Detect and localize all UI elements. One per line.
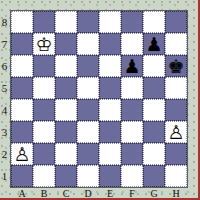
square-d5[interactable] [77,77,99,99]
square-h3[interactable]: ♙ [165,121,187,143]
file-label-b: B [33,189,55,199]
square-f2[interactable] [121,143,143,165]
square-b7[interactable]: ♔ [33,33,55,55]
rank-label-8: 8 [0,11,9,33]
square-g6[interactable] [143,55,165,77]
square-h5[interactable] [165,77,187,99]
square-c1[interactable] [55,165,77,187]
square-f8[interactable] [121,11,143,33]
square-d6[interactable] [77,55,99,77]
square-h4[interactable] [165,99,187,121]
rank-label-7: 7 [0,33,9,55]
square-b5[interactable] [33,77,55,99]
square-e2[interactable] [99,143,121,165]
square-c2[interactable] [55,143,77,165]
square-b4[interactable] [33,99,55,121]
black-king[interactable]: ♚ [167,56,184,77]
square-g1[interactable] [143,165,165,187]
square-a5[interactable] [11,77,33,99]
square-e4[interactable] [99,99,121,121]
square-g7[interactable]: ♟ [143,33,165,55]
square-c6[interactable] [55,55,77,77]
chess-diagram-panel: 87654321 ♔♟♟♚♙♙ ABCDEFGH [0,0,200,200]
square-b2[interactable] [33,143,55,165]
square-b3[interactable] [33,121,55,143]
rank-label-1: 1 [0,165,9,187]
white-king[interactable]: ♔ [35,34,52,55]
file-label-g: G [143,189,165,199]
square-f5[interactable] [121,77,143,99]
square-b1[interactable] [33,165,55,187]
white-pawn[interactable]: ♙ [167,122,184,143]
square-f1[interactable] [121,165,143,187]
square-d8[interactable] [77,11,99,33]
square-e8[interactable] [99,11,121,33]
square-f6[interactable]: ♟ [121,55,143,77]
square-f3[interactable] [121,121,143,143]
black-pawn[interactable]: ♟ [123,56,140,77]
square-e1[interactable] [99,165,121,187]
rank-label-3: 3 [0,121,9,143]
square-d3[interactable] [77,121,99,143]
square-h1[interactable] [165,165,187,187]
chess-board[interactable]: ♔♟♟♚♙♙ [10,10,188,188]
square-a3[interactable] [11,121,33,143]
square-e6[interactable] [99,55,121,77]
square-g3[interactable] [143,121,165,143]
square-e5[interactable] [99,77,121,99]
square-d2[interactable] [77,143,99,165]
square-b8[interactable] [33,11,55,33]
square-d4[interactable] [77,99,99,121]
square-a1[interactable] [11,165,33,187]
square-h2[interactable] [165,143,187,165]
square-d7[interactable] [77,33,99,55]
square-c7[interactable] [55,33,77,55]
square-h8[interactable] [165,11,187,33]
square-h7[interactable] [165,33,187,55]
file-label-c: C [55,189,77,199]
square-f4[interactable] [121,99,143,121]
square-a4[interactable] [11,99,33,121]
rank-label-5: 5 [0,77,9,99]
file-label-f: F [121,189,143,199]
square-c5[interactable] [55,77,77,99]
square-a7[interactable] [11,33,33,55]
square-a2[interactable]: ♙ [11,143,33,165]
square-a8[interactable] [11,11,33,33]
rank-label-4: 4 [0,99,9,121]
square-g4[interactable] [143,99,165,121]
file-label-h: H [165,189,187,199]
square-f7[interactable] [121,33,143,55]
black-pawn[interactable]: ♟ [145,34,162,55]
square-c4[interactable] [55,99,77,121]
square-h6[interactable]: ♚ [165,55,187,77]
square-d1[interactable] [77,165,99,187]
square-c8[interactable] [55,11,77,33]
square-e7[interactable] [99,33,121,55]
white-pawn[interactable]: ♙ [13,144,30,165]
file-label-d: D [77,189,99,199]
square-g5[interactable] [143,77,165,99]
file-label-e: E [99,189,121,199]
square-a6[interactable] [11,55,33,77]
rank-label-2: 2 [0,143,9,165]
square-b6[interactable] [33,55,55,77]
square-g8[interactable] [143,11,165,33]
file-label-a: A [11,189,33,199]
square-e3[interactable] [99,121,121,143]
square-c3[interactable] [55,121,77,143]
square-g2[interactable] [143,143,165,165]
rank-label-6: 6 [0,55,9,77]
